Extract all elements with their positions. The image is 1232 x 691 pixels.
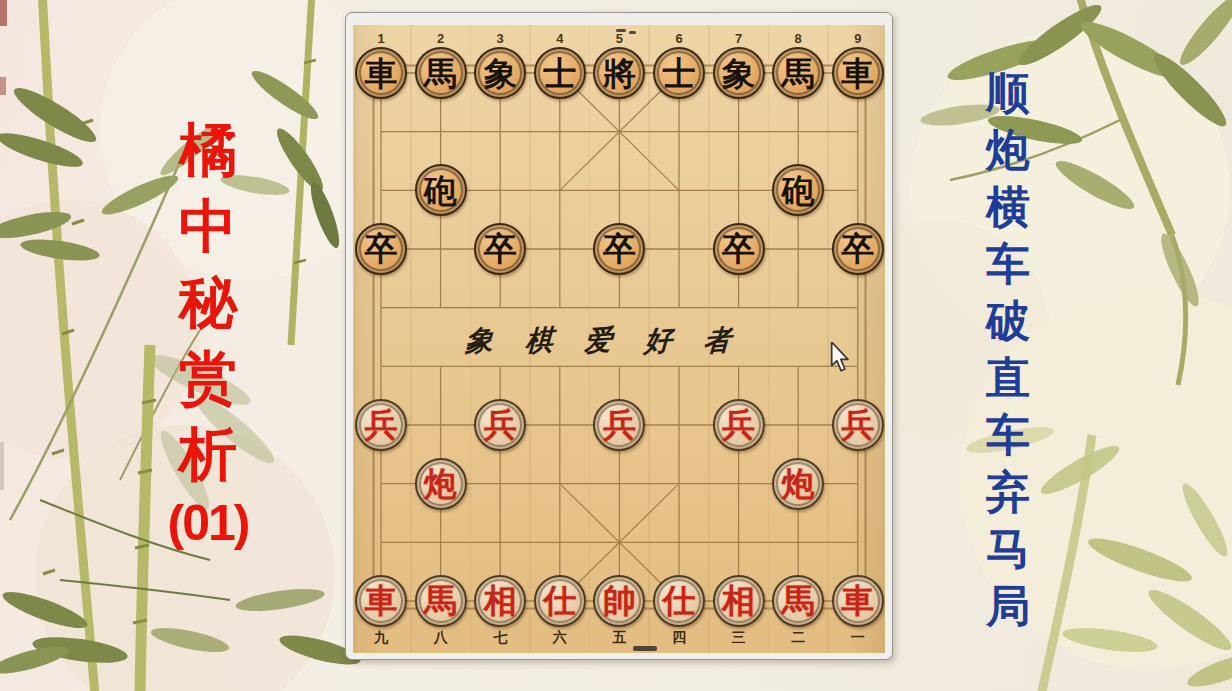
piece-black-車[interactable]: 車 bbox=[355, 47, 407, 99]
bottom-coordinate-label: 四 bbox=[669, 629, 689, 647]
bottom-coordinate-label: 八 bbox=[431, 629, 451, 647]
piece-red-車[interactable]: 車 bbox=[832, 575, 884, 627]
bottom-coordinate-label: 二 bbox=[788, 629, 808, 647]
title-character: 中 bbox=[166, 188, 250, 264]
piece-red-馬[interactable]: 馬 bbox=[772, 575, 824, 627]
piece-black-士[interactable]: 士 bbox=[653, 47, 705, 99]
bottom-coordinate-label: 五 bbox=[609, 629, 629, 647]
piece-layer: 車馬象士將士象馬車砲砲卒卒卒卒卒兵兵兵兵兵炮炮車馬相仕帥仕相馬車 bbox=[353, 44, 885, 631]
piece-black-卒[interactable]: 卒 bbox=[355, 223, 407, 275]
top-edge-mark bbox=[629, 31, 636, 34]
title-character: 秘 bbox=[166, 264, 250, 340]
piece-black-卒[interactable]: 卒 bbox=[713, 223, 765, 275]
bottom-coordinate-label: 六 bbox=[550, 629, 570, 647]
piece-red-馬[interactable]: 馬 bbox=[415, 575, 467, 627]
piece-red-兵[interactable]: 兵 bbox=[593, 399, 645, 451]
title-character: 赏 bbox=[166, 340, 250, 416]
title-character: 弃 bbox=[980, 463, 1036, 520]
bottom-coordinate-label: 九 bbox=[371, 629, 391, 647]
piece-red-帥[interactable]: 帥 bbox=[593, 575, 645, 627]
title-character: 车 bbox=[980, 235, 1036, 292]
piece-red-仕[interactable]: 仕 bbox=[534, 575, 586, 627]
title-character: 马 bbox=[980, 520, 1036, 577]
piece-black-砲[interactable]: 砲 bbox=[415, 164, 467, 216]
title-character: 破 bbox=[980, 292, 1036, 349]
piece-black-象[interactable]: 象 bbox=[713, 47, 765, 99]
piece-black-馬[interactable]: 馬 bbox=[772, 47, 824, 99]
title-character: 横 bbox=[980, 178, 1036, 235]
title-character: 析 bbox=[166, 416, 250, 492]
title-character: 局 bbox=[980, 577, 1036, 634]
piece-red-相[interactable]: 相 bbox=[474, 575, 526, 627]
bottom-coordinate-label: 七 bbox=[490, 629, 510, 647]
piece-red-炮[interactable]: 炮 bbox=[772, 458, 824, 510]
left-title-number: (01) bbox=[138, 494, 278, 552]
piece-red-相[interactable]: 相 bbox=[713, 575, 765, 627]
title-character: 橘 bbox=[166, 112, 250, 188]
xiangqi-board[interactable]: 123456789 九八七六五四三二一 象棋爱好者 車馬象士將士象馬車砲砲卒卒卒… bbox=[353, 25, 885, 653]
title-character: 炮 bbox=[980, 121, 1036, 178]
left-title: 橘中秘赏析 bbox=[166, 112, 250, 492]
piece-black-馬[interactable]: 馬 bbox=[415, 47, 467, 99]
right-title: 顺炮横车破直车弃马局 bbox=[980, 64, 1036, 634]
piece-black-卒[interactable]: 卒 bbox=[593, 223, 645, 275]
bottom-edge-mark bbox=[633, 646, 657, 651]
piece-black-卒[interactable]: 卒 bbox=[832, 223, 884, 275]
title-character: 顺 bbox=[980, 64, 1036, 121]
piece-black-車[interactable]: 車 bbox=[832, 47, 884, 99]
piece-black-士[interactable]: 士 bbox=[534, 47, 586, 99]
piece-black-砲[interactable]: 砲 bbox=[772, 164, 824, 216]
piece-red-兵[interactable]: 兵 bbox=[355, 399, 407, 451]
piece-black-象[interactable]: 象 bbox=[474, 47, 526, 99]
bottom-coordinate-label: 三 bbox=[729, 629, 749, 647]
title-character: 车 bbox=[980, 406, 1036, 463]
piece-red-車[interactable]: 車 bbox=[355, 575, 407, 627]
board-frame: 123456789 九八七六五四三二一 象棋爱好者 車馬象士將士象馬車砲砲卒卒卒… bbox=[345, 12, 893, 660]
mouse-cursor-icon bbox=[830, 342, 851, 377]
bottom-coordinate-label: 一 bbox=[848, 629, 868, 647]
piece-red-兵[interactable]: 兵 bbox=[474, 399, 526, 451]
top-edge-mark bbox=[616, 29, 626, 32]
piece-black-卒[interactable]: 卒 bbox=[474, 223, 526, 275]
title-character: 直 bbox=[980, 349, 1036, 406]
piece-red-炮[interactable]: 炮 bbox=[415, 458, 467, 510]
piece-red-兵[interactable]: 兵 bbox=[832, 399, 884, 451]
piece-black-將[interactable]: 將 bbox=[593, 47, 645, 99]
piece-red-兵[interactable]: 兵 bbox=[713, 399, 765, 451]
piece-red-仕[interactable]: 仕 bbox=[653, 575, 705, 627]
